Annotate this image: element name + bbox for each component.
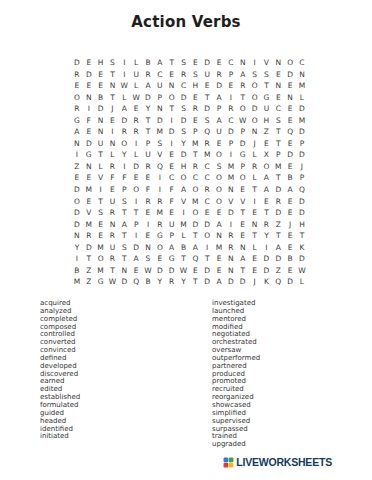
grid-cell[interactable]: R	[130, 115, 142, 127]
grid-cell[interactable]: Z	[272, 265, 284, 277]
grid-cell[interactable]: U	[166, 219, 178, 231]
grid-cell[interactable]: E	[284, 230, 296, 242]
grid-cell[interactable]: D	[201, 265, 213, 277]
grid-cell[interactable]: O	[213, 196, 225, 208]
grid-cell[interactable]: U	[95, 138, 107, 150]
grid-cell[interactable]: L	[107, 149, 119, 161]
grid-cell[interactable]: C	[296, 57, 308, 69]
grid-cell[interactable]: D	[71, 184, 83, 196]
grid-cell[interactable]: J	[296, 161, 308, 173]
grid-cell[interactable]: S	[118, 196, 130, 208]
grid-cell[interactable]: N	[83, 161, 95, 173]
grid-cell[interactable]: E	[95, 80, 107, 92]
grid-cell[interactable]: O	[213, 172, 225, 184]
grid-cell[interactable]: G	[71, 115, 83, 127]
grid-cell[interactable]: W	[237, 115, 249, 127]
grid-cell[interactable]: U	[201, 69, 213, 81]
grid-cell[interactable]: E	[237, 230, 249, 242]
grid-cell[interactable]: S	[213, 161, 225, 173]
grid-cell[interactable]: E	[130, 172, 142, 184]
grid-cell[interactable]: W	[107, 276, 119, 288]
grid-cell[interactable]: D	[296, 196, 308, 208]
grid-cell[interactable]: R	[178, 69, 190, 81]
grid-cell[interactable]: D	[154, 265, 166, 277]
grid-cell[interactable]: E	[284, 103, 296, 115]
grid-cell[interactable]: A	[213, 115, 225, 127]
grid-cell[interactable]: E	[284, 196, 296, 208]
grid-cell[interactable]: D	[225, 126, 237, 138]
grid-cell[interactable]: U	[261, 103, 273, 115]
grid-cell[interactable]: T	[95, 149, 107, 161]
grid-cell[interactable]: R	[142, 69, 154, 81]
grid-cell[interactable]: E	[261, 196, 273, 208]
grid-cell[interactable]: T	[272, 172, 284, 184]
grid-cell[interactable]: D	[201, 219, 213, 231]
grid-cell[interactable]: H	[178, 161, 190, 173]
grid-cell[interactable]: K	[261, 276, 273, 288]
grid-cell[interactable]: D	[284, 276, 296, 288]
grid-cell[interactable]: A	[130, 253, 142, 265]
grid-cell[interactable]: Y	[142, 103, 154, 115]
grid-cell[interactable]: D	[166, 126, 178, 138]
grid-cell[interactable]: Y	[178, 138, 190, 150]
grid-cell[interactable]: H	[261, 115, 273, 127]
grid-cell[interactable]: T	[296, 230, 308, 242]
grid-cell[interactable]: L	[178, 230, 190, 242]
grid-cell[interactable]: T	[261, 207, 273, 219]
grid-cell[interactable]: D	[201, 57, 213, 69]
grid-cell[interactable]: E	[249, 265, 261, 277]
grid-cell[interactable]: W	[130, 92, 142, 104]
grid-cell[interactable]: D	[71, 219, 83, 231]
grid-cell[interactable]: R	[249, 161, 261, 173]
grid-cell[interactable]: S	[272, 115, 284, 127]
grid-cell[interactable]: D	[83, 242, 95, 254]
grid-cell[interactable]: R	[118, 126, 130, 138]
grid-cell[interactable]: X	[261, 149, 273, 161]
grid-cell[interactable]: P	[142, 138, 154, 150]
grid-cell[interactable]: D	[272, 184, 284, 196]
grid-cell[interactable]: C	[154, 69, 166, 81]
grid-cell[interactable]: D	[225, 276, 237, 288]
grid-cell[interactable]: I	[166, 138, 178, 150]
grid-cell[interactable]: I	[71, 149, 83, 161]
grid-cell[interactable]: P	[154, 92, 166, 104]
grid-cell[interactable]: Q	[130, 276, 142, 288]
grid-cell[interactable]: N	[107, 138, 119, 150]
grid-cell[interactable]: L	[118, 92, 130, 104]
grid-cell[interactable]: E	[71, 172, 83, 184]
grid-cell[interactable]: I	[178, 207, 190, 219]
grid-cell[interactable]: E	[249, 253, 261, 265]
grid-cell[interactable]: M	[201, 149, 213, 161]
grid-cell[interactable]: A	[237, 69, 249, 81]
grid-cell[interactable]: T	[249, 230, 261, 242]
grid-cell[interactable]: M	[213, 242, 225, 254]
grid-cell[interactable]: E	[95, 219, 107, 231]
grid-cell[interactable]: I	[166, 115, 178, 127]
grid-cell[interactable]: E	[142, 207, 154, 219]
grid-cell[interactable]: N	[213, 230, 225, 242]
grid-cell[interactable]: M	[296, 115, 308, 127]
grid-cell[interactable]: J	[284, 219, 296, 231]
grid-cell[interactable]: D	[213, 80, 225, 92]
grid-cell[interactable]: D	[225, 207, 237, 219]
grid-cell[interactable]: I	[154, 172, 166, 184]
grid-cell[interactable]: M	[83, 184, 95, 196]
grid-cell[interactable]: A	[142, 80, 154, 92]
grid-cell[interactable]: R	[166, 276, 178, 288]
grid-cell[interactable]: M	[95, 242, 107, 254]
grid-cell[interactable]: B	[284, 172, 296, 184]
grid-cell[interactable]: O	[261, 161, 273, 173]
grid-cell[interactable]: O	[118, 138, 130, 150]
grid-cell[interactable]: B	[142, 276, 154, 288]
grid-cell[interactable]: V	[178, 196, 190, 208]
grid-cell[interactable]: R	[225, 230, 237, 242]
grid-cell[interactable]: R	[272, 196, 284, 208]
grid-cell[interactable]: I	[201, 242, 213, 254]
grid-cell[interactable]: P	[296, 138, 308, 150]
grid-cell[interactable]: A	[284, 184, 296, 196]
grid-cell[interactable]: V	[225, 196, 237, 208]
grid-cell[interactable]: W	[178, 265, 190, 277]
grid-cell[interactable]: G	[154, 230, 166, 242]
grid-cell[interactable]: D	[71, 57, 83, 69]
grid-cell[interactable]: S	[178, 57, 190, 69]
grid-cell[interactable]: S	[95, 207, 107, 219]
grid-cell[interactable]: S	[142, 253, 154, 265]
grid-cell[interactable]: M	[225, 172, 237, 184]
grid-cell[interactable]: D	[178, 149, 190, 161]
grid-cell[interactable]: T	[201, 253, 213, 265]
grid-cell[interactable]: N	[225, 184, 237, 196]
grid-cell[interactable]: D	[118, 115, 130, 127]
liveworksheets-brand[interactable]: LIVEWORKSHEETS	[223, 456, 332, 468]
grid-cell[interactable]: M	[189, 196, 201, 208]
grid-cell[interactable]: D	[166, 265, 178, 277]
grid-cell[interactable]: S	[107, 57, 119, 69]
grid-cell[interactable]: R	[107, 230, 119, 242]
grid-cell[interactable]: D	[118, 276, 130, 288]
grid-cell[interactable]: P	[237, 161, 249, 173]
grid-cell[interactable]: Y	[118, 149, 130, 161]
grid-cell[interactable]: N	[272, 80, 284, 92]
grid-cell[interactable]: E	[71, 80, 83, 92]
grid-cell[interactable]: N	[71, 230, 83, 242]
grid-cell[interactable]: S	[154, 138, 166, 150]
grid-cell[interactable]: J	[249, 276, 261, 288]
grid-cell[interactable]: F	[107, 172, 119, 184]
grid-cell[interactable]: N	[225, 253, 237, 265]
grid-cell[interactable]: T	[142, 126, 154, 138]
grid-cell[interactable]: U	[130, 69, 142, 81]
grid-cell[interactable]: N	[154, 103, 166, 115]
grid-cell[interactable]: E	[225, 80, 237, 92]
grid-cell[interactable]: L	[95, 161, 107, 173]
grid-cell[interactable]: M	[272, 161, 284, 173]
grid-cell[interactable]: I	[130, 138, 142, 150]
grid-cell[interactable]: C	[225, 115, 237, 127]
grid-cell[interactable]: R	[261, 219, 273, 231]
grid-cell[interactable]: L	[296, 92, 308, 104]
grid-cell[interactable]: V	[154, 149, 166, 161]
grid-cell[interactable]: M	[189, 138, 201, 150]
grid-cell[interactable]: Q	[189, 253, 201, 265]
grid-cell[interactable]: C	[272, 103, 284, 115]
grid-cell[interactable]: U	[107, 242, 119, 254]
grid-cell[interactable]: S	[249, 69, 261, 81]
grid-cell[interactable]: Q	[272, 276, 284, 288]
grid-cell[interactable]: I	[225, 92, 237, 104]
grid-cell[interactable]: O	[237, 172, 249, 184]
grid-cell[interactable]: E	[213, 57, 225, 69]
grid-cell[interactable]: T	[272, 126, 284, 138]
grid-cell[interactable]: E	[107, 115, 119, 127]
grid-cell[interactable]: O	[95, 253, 107, 265]
grid-cell[interactable]: F	[166, 196, 178, 208]
grid-cell[interactable]: A	[272, 242, 284, 254]
grid-cell[interactable]: A	[166, 242, 178, 254]
grid-cell[interactable]: I	[249, 57, 261, 69]
grid-cell[interactable]: E	[189, 92, 201, 104]
grid-cell[interactable]: E	[201, 80, 213, 92]
grid-cell[interactable]: D	[272, 253, 284, 265]
grid-cell[interactable]: E	[130, 103, 142, 115]
grid-cell[interactable]: E	[261, 138, 273, 150]
grid-cell[interactable]: O	[154, 242, 166, 254]
grid-cell[interactable]: N	[95, 126, 107, 138]
grid-cell[interactable]: B	[284, 253, 296, 265]
grid-cell[interactable]: V	[83, 207, 95, 219]
grid-cell[interactable]: R	[107, 253, 119, 265]
grid-cell[interactable]: T	[142, 115, 154, 127]
grid-cell[interactable]: P	[296, 172, 308, 184]
grid-cell[interactable]: T	[272, 230, 284, 242]
grid-cell[interactable]: T	[189, 276, 201, 288]
grid-cell[interactable]: I	[225, 149, 237, 161]
grid-cell[interactable]: S	[178, 126, 190, 138]
grid-cell[interactable]: D	[296, 126, 308, 138]
grid-cell[interactable]: O	[166, 92, 178, 104]
grid-cell[interactable]: C	[201, 172, 213, 184]
grid-cell[interactable]: Y	[178, 276, 190, 288]
grid-cell[interactable]: N	[249, 219, 261, 231]
grid-cell[interactable]: T	[237, 265, 249, 277]
grid-cell[interactable]: E	[284, 115, 296, 127]
grid-cell[interactable]: P	[189, 126, 201, 138]
grid-cell[interactable]: O	[130, 184, 142, 196]
grid-cell[interactable]: O	[213, 149, 225, 161]
grid-cell[interactable]: E	[189, 115, 201, 127]
grid-cell[interactable]: Y	[154, 276, 166, 288]
grid-cell[interactable]: P	[213, 103, 225, 115]
grid-cell[interactable]: T	[107, 69, 119, 81]
grid-cell[interactable]: R	[154, 219, 166, 231]
grid-cell[interactable]: A	[154, 57, 166, 69]
grid-cell[interactable]: Z	[261, 126, 273, 138]
grid-cell[interactable]: O	[237, 103, 249, 115]
grid-cell[interactable]: R	[225, 103, 237, 115]
grid-cell[interactable]: E	[166, 207, 178, 219]
grid-cell[interactable]: D	[249, 103, 261, 115]
grid-cell[interactable]: B	[178, 242, 190, 254]
grid-cell[interactable]: R	[142, 161, 154, 173]
grid-cell[interactable]: J	[249, 138, 261, 150]
grid-cell[interactable]: V	[261, 57, 273, 69]
grid-cell[interactable]: M	[71, 276, 83, 288]
grid-cell[interactable]: E	[213, 253, 225, 265]
grid-cell[interactable]: O	[249, 92, 261, 104]
grid-cell[interactable]: Q	[296, 184, 308, 196]
grid-cell[interactable]: R	[142, 196, 154, 208]
grid-cell[interactable]: R	[71, 103, 83, 115]
grid-cell[interactable]: J	[107, 103, 119, 115]
grid-cell[interactable]: N	[83, 92, 95, 104]
grid-cell[interactable]: M	[95, 265, 107, 277]
grid-cell[interactable]: E	[284, 80, 296, 92]
grid-cell[interactable]: D	[201, 276, 213, 288]
grid-cell[interactable]: F	[142, 184, 154, 196]
grid-cell[interactable]: A	[261, 172, 273, 184]
grid-cell[interactable]: E	[107, 184, 119, 196]
grid-cell[interactable]: N	[237, 57, 249, 69]
grid-cell[interactable]: N	[107, 219, 119, 231]
grid-cell[interactable]: I	[118, 57, 130, 69]
grid-cell[interactable]: L	[296, 276, 308, 288]
grid-cell[interactable]: C	[201, 196, 213, 208]
grid-cell[interactable]: U	[142, 149, 154, 161]
grid-cell[interactable]: A	[213, 276, 225, 288]
grid-cell[interactable]: N	[71, 138, 83, 150]
grid-cell[interactable]: D	[130, 161, 142, 173]
grid-cell[interactable]: N	[118, 265, 130, 277]
grid-cell[interactable]: D	[201, 103, 213, 115]
grid-cell[interactable]: L	[249, 149, 261, 161]
grid-cell[interactable]: P	[166, 230, 178, 242]
grid-cell[interactable]: E	[272, 69, 284, 81]
grid-cell[interactable]: S	[261, 69, 273, 81]
grid-cell[interactable]: R	[71, 69, 83, 81]
grid-cell[interactable]: N	[296, 69, 308, 81]
grid-cell[interactable]: Y	[71, 242, 83, 254]
grid-cell[interactable]: E	[83, 57, 95, 69]
grid-cell[interactable]: T	[130, 207, 142, 219]
grid-cell[interactable]: D	[71, 207, 83, 219]
grid-cell[interactable]: M	[296, 80, 308, 92]
grid-cell[interactable]: E	[189, 265, 201, 277]
grid-cell[interactable]: E	[272, 92, 284, 104]
grid-cell[interactable]: I	[249, 196, 261, 208]
grid-cell[interactable]: O	[249, 115, 261, 127]
grid-cell[interactable]: R	[130, 126, 142, 138]
grid-cell[interactable]: K	[296, 242, 308, 254]
grid-cell[interactable]: N	[284, 92, 296, 104]
grid-cell[interactable]: M	[154, 126, 166, 138]
grid-cell[interactable]: L	[249, 172, 261, 184]
grid-cell[interactable]: N	[272, 57, 284, 69]
grid-cell[interactable]: T	[118, 230, 130, 242]
grid-cell[interactable]: D	[261, 253, 273, 265]
grid-cell[interactable]: E	[284, 242, 296, 254]
grid-cell[interactable]: T	[95, 196, 107, 208]
grid-cell[interactable]: M	[83, 219, 95, 231]
grid-cell[interactable]: O	[249, 80, 261, 92]
grid-cell[interactable]: E	[154, 253, 166, 265]
grid-cell[interactable]: H	[189, 80, 201, 92]
grid-cell[interactable]: D	[189, 219, 201, 231]
grid-cell[interactable]: R	[201, 138, 213, 150]
grid-cell[interactable]: Z	[83, 276, 95, 288]
grid-cell[interactable]: D	[272, 207, 284, 219]
grid-cell[interactable]: V	[95, 172, 107, 184]
grid-cell[interactable]: E	[213, 207, 225, 219]
grid-cell[interactable]: Q	[284, 126, 296, 138]
grid-cell[interactable]: E	[237, 219, 249, 231]
grid-cell[interactable]: A	[178, 184, 190, 196]
grid-cell[interactable]: N	[225, 265, 237, 277]
grid-cell[interactable]: R	[107, 161, 119, 173]
grid-cell[interactable]: Z	[71, 161, 83, 173]
grid-cell[interactable]: E	[83, 80, 95, 92]
grid-cell[interactable]: P	[130, 219, 142, 231]
grid-cell[interactable]: A	[261, 184, 273, 196]
grid-cell[interactable]: A	[118, 219, 130, 231]
grid-cell[interactable]: I	[118, 69, 130, 81]
grid-cell[interactable]: S	[178, 103, 190, 115]
grid-cell[interactable]: D	[83, 69, 95, 81]
grid-cell[interactable]: R	[107, 207, 119, 219]
grid-cell[interactable]: A	[237, 253, 249, 265]
grid-cell[interactable]: T	[237, 92, 249, 104]
grid-cell[interactable]: C	[189, 172, 201, 184]
grid-cell[interactable]: Y	[261, 230, 273, 242]
grid-cell[interactable]: L	[130, 57, 142, 69]
grid-cell[interactable]: I	[261, 242, 273, 254]
grid-cell[interactable]: R	[201, 184, 213, 196]
grid-cell[interactable]: F	[118, 172, 130, 184]
grid-cell[interactable]: A	[189, 242, 201, 254]
grid-cell[interactable]: Z	[83, 265, 95, 277]
grid-cell[interactable]: I	[142, 219, 154, 231]
grid-cell[interactable]: O	[71, 196, 83, 208]
grid-cell[interactable]: B	[142, 57, 154, 69]
grid-cell[interactable]: W	[296, 265, 308, 277]
grid-cell[interactable]: C	[178, 80, 190, 92]
grid-cell[interactable]: Z	[272, 219, 284, 231]
grid-cell[interactable]: O	[189, 184, 201, 196]
grid-cell[interactable]: E	[284, 138, 296, 150]
grid-cell[interactable]: E	[166, 161, 178, 173]
grid-cell[interactable]: I	[95, 184, 107, 196]
grid-cell[interactable]: E	[95, 69, 107, 81]
grid-cell[interactable]: D	[284, 69, 296, 81]
grid-cell[interactable]: E	[83, 126, 95, 138]
grid-cell[interactable]: E	[213, 265, 225, 277]
grid-cell[interactable]: O	[189, 207, 201, 219]
grid-cell[interactable]: G	[83, 149, 95, 161]
grid-cell[interactable]: D	[178, 115, 190, 127]
grid-cell[interactable]: T	[249, 184, 261, 196]
grid-cell[interactable]: T	[261, 80, 273, 92]
grid-cell[interactable]: A	[71, 126, 83, 138]
grid-cell[interactable]: R	[213, 69, 225, 81]
grid-cell[interactable]: P	[272, 149, 284, 161]
grid-cell[interactable]: T	[189, 149, 201, 161]
grid-cell[interactable]: R	[225, 242, 237, 254]
grid-cell[interactable]: D	[296, 253, 308, 265]
grid-cell[interactable]: R	[189, 103, 201, 115]
